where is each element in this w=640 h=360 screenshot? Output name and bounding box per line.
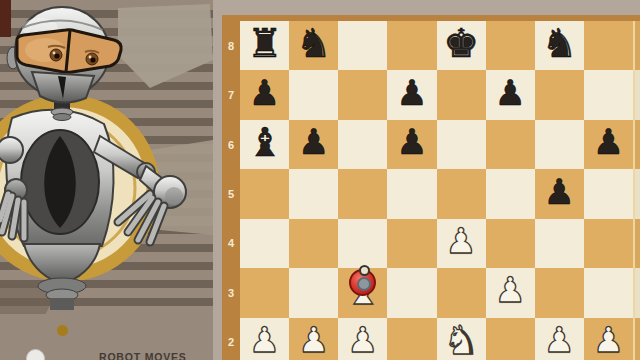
square-g3[interactable]	[535, 268, 584, 317]
square-e5[interactable]	[437, 169, 486, 218]
white-knight[interactable]: ♞	[443, 316, 479, 360]
board-right-bevel	[635, 21, 640, 360]
square-b8[interactable]: ♞	[289, 21, 338, 70]
square-g5[interactable]: ♟	[535, 169, 584, 218]
rank-label: 5	[222, 169, 240, 218]
robot-panel: ROBOT MOVES	[0, 0, 213, 360]
white-pawn[interactable]: ♟	[298, 316, 329, 360]
black-pawn[interactable]: ♟	[494, 69, 525, 118]
square-h3[interactable]	[584, 268, 633, 317]
rank-label: 4	[222, 219, 240, 268]
black-pawn[interactable]: ♟	[298, 118, 329, 167]
square-c4[interactable]	[338, 219, 387, 268]
square-h2[interactable]: ♟	[584, 318, 633, 360]
square-f8[interactable]	[486, 21, 535, 70]
square-f5[interactable]	[486, 169, 535, 218]
robot-caption: ROBOT MOVES	[99, 351, 187, 360]
square-d4[interactable]	[387, 219, 436, 268]
square-h8[interactable]	[584, 21, 633, 70]
square-h5[interactable]	[584, 169, 633, 218]
bevel-cell	[635, 219, 640, 268]
square-e3[interactable]	[437, 268, 486, 317]
black-knight[interactable]: ♞	[541, 19, 577, 68]
rank-label: 7	[222, 70, 240, 119]
square-c8[interactable]	[338, 21, 387, 70]
square-g7[interactable]	[535, 70, 584, 119]
black-pawn[interactable]: ♟	[249, 69, 280, 118]
rank-label: 8	[222, 21, 240, 70]
square-f3[interactable]: ♟	[486, 268, 535, 317]
game-screen: ROBOT MOVES 8765432 ♜♞♚♞♟♟♟♝♟♟♟♟♟♝♟♟♟♟♞♟…	[0, 0, 640, 360]
black-bishop[interactable]: ♝	[247, 118, 283, 167]
square-f4[interactable]	[486, 219, 535, 268]
square-h6[interactable]: ♟	[584, 120, 633, 169]
square-d3[interactable]	[387, 268, 436, 317]
square-b4[interactable]	[289, 219, 338, 268]
square-e6[interactable]	[437, 120, 486, 169]
square-f7[interactable]: ♟	[486, 70, 535, 119]
square-a5[interactable]	[240, 169, 289, 218]
square-d6[interactable]: ♟	[387, 120, 436, 169]
robot-illustration	[0, 0, 213, 360]
rank-label: 2	[222, 318, 240, 360]
square-e2[interactable]: ♞	[437, 318, 486, 360]
square-c3[interactable]: ♝	[338, 268, 387, 317]
square-a3[interactable]	[240, 268, 289, 317]
square-h7[interactable]	[584, 70, 633, 119]
square-c6[interactable]	[338, 120, 387, 169]
rank-labels: 8765432	[222, 21, 240, 360]
square-c5[interactable]	[338, 169, 387, 218]
black-king[interactable]: ♚	[443, 19, 479, 68]
square-a8[interactable]: ♜	[240, 21, 289, 70]
chess-board: ♜♞♚♞♟♟♟♝♟♟♟♟♟♝♟♟♟♟♞♟♟	[240, 21, 633, 360]
gold-dot	[57, 325, 68, 336]
square-f6[interactable]	[486, 120, 535, 169]
black-pawn[interactable]: ♟	[396, 118, 427, 167]
square-b6[interactable]: ♟	[289, 120, 338, 169]
square-d8[interactable]	[387, 21, 436, 70]
square-d7[interactable]: ♟	[387, 70, 436, 119]
bevel-cell	[635, 120, 640, 169]
square-b5[interactable]	[289, 169, 338, 218]
bevel-cell	[635, 169, 640, 218]
square-a7[interactable]: ♟	[240, 70, 289, 119]
black-rook[interactable]: ♜	[247, 19, 283, 68]
white-pawn[interactable]: ♟	[445, 217, 476, 266]
square-d2[interactable]	[387, 318, 436, 360]
square-g2[interactable]: ♟	[535, 318, 584, 360]
black-pawn[interactable]: ♟	[396, 69, 427, 118]
square-g4[interactable]	[535, 219, 584, 268]
square-a6[interactable]: ♝	[240, 120, 289, 169]
rank-label: 3	[222, 268, 240, 317]
square-a2[interactable]: ♟	[240, 318, 289, 360]
square-e8[interactable]: ♚	[437, 21, 486, 70]
white-pawn[interactable]: ♟	[347, 316, 378, 360]
square-c7[interactable]	[338, 70, 387, 119]
white-pawn[interactable]: ♟	[593, 316, 624, 360]
square-b3[interactable]	[289, 268, 338, 317]
square-b2[interactable]: ♟	[289, 318, 338, 360]
bevel-cell	[635, 70, 640, 119]
bevel-cell	[635, 268, 640, 317]
square-d5[interactable]	[387, 169, 436, 218]
white-pawn[interactable]: ♟	[544, 316, 575, 360]
square-g6[interactable]	[535, 120, 584, 169]
square-f2[interactable]	[486, 318, 535, 360]
black-pawn[interactable]: ♟	[593, 118, 624, 167]
square-a4[interactable]	[240, 219, 289, 268]
square-c2[interactable]: ♟	[338, 318, 387, 360]
square-e7[interactable]	[437, 70, 486, 119]
black-knight[interactable]: ♞	[296, 19, 332, 68]
square-h4[interactable]	[584, 219, 633, 268]
bevel-cell	[635, 21, 640, 70]
black-pawn[interactable]: ♟	[544, 168, 575, 217]
white-pawn[interactable]: ♟	[494, 266, 525, 315]
square-e4[interactable]: ♟	[437, 219, 486, 268]
square-b7[interactable]	[289, 70, 338, 119]
square-g8[interactable]: ♞	[535, 21, 584, 70]
bevel-cell	[635, 318, 640, 360]
white-pawn[interactable]: ♟	[249, 316, 280, 360]
rank-label: 6	[222, 120, 240, 169]
